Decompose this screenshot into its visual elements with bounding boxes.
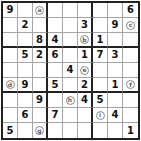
given-digit: 4 xyxy=(67,65,74,75)
given-digit: 9 xyxy=(36,95,43,105)
cell-r5c6[interactable]: e xyxy=(78,63,93,78)
cell-r6c1[interactable]: d xyxy=(3,78,18,93)
given-digit: 2 xyxy=(22,20,29,30)
cell-r4c8[interactable]: 3 xyxy=(108,48,123,63)
cell-r4c2[interactable]: 5 xyxy=(18,48,33,63)
cell-r2c1[interactable] xyxy=(3,18,18,33)
cell-label-h: h xyxy=(66,96,75,105)
cell-r7c6[interactable]: 4 xyxy=(78,93,93,108)
cell-r9c3[interactable]: g xyxy=(33,123,48,138)
cell-r1c5[interactable] xyxy=(63,3,78,18)
given-digit: 2 xyxy=(36,50,43,60)
given-digit: 1 xyxy=(97,35,104,45)
cell-r9c5[interactable] xyxy=(63,123,78,138)
cell-r1c2[interactable] xyxy=(18,3,33,18)
cell-r6c9[interactable]: f xyxy=(123,78,138,93)
given-digit: 5 xyxy=(22,50,29,60)
given-digit: 9 xyxy=(7,5,14,15)
given-digit: 1 xyxy=(81,50,88,60)
cell-label-b: b xyxy=(80,35,89,44)
given-digit: 7 xyxy=(97,50,104,60)
cell-r6c3[interactable] xyxy=(33,78,48,93)
cell-r9c7[interactable] xyxy=(93,123,108,138)
cell-r7c7[interactable]: 5 xyxy=(93,93,108,108)
cell-r3c6[interactable]: b xyxy=(78,33,93,48)
cell-r9c4[interactable] xyxy=(48,123,63,138)
cell-r7c4[interactable] xyxy=(48,93,63,108)
given-digit: 8 xyxy=(36,35,43,45)
cell-r2c8[interactable]: 9 xyxy=(108,18,123,33)
cell-r5c3[interactable] xyxy=(33,63,48,78)
cell-r6c5[interactable] xyxy=(63,78,78,93)
cell-r3c2[interactable] xyxy=(18,33,33,48)
cell-r3c1[interactable] xyxy=(3,33,18,48)
given-digit: 4 xyxy=(52,35,59,45)
cell-r4c5[interactable] xyxy=(63,48,78,63)
cell-r5c5[interactable]: 4 xyxy=(63,63,78,78)
cell-r1c1[interactable]: 9 xyxy=(3,3,18,18)
given-digit: 6 xyxy=(22,110,29,120)
given-digit: 5 xyxy=(52,80,59,90)
cell-r3c4[interactable]: 4 xyxy=(48,33,63,48)
cell-r6c8[interactable]: 1 xyxy=(108,78,123,93)
cell-r5c9[interactable] xyxy=(123,63,138,78)
given-digit: 3 xyxy=(112,50,119,60)
given-digit: 3 xyxy=(81,20,88,30)
cell-r1c4[interactable] xyxy=(48,3,63,18)
cell-label-f: f xyxy=(126,80,135,89)
cell-r4c9[interactable] xyxy=(123,48,138,63)
given-digit: 9 xyxy=(112,20,119,30)
cell-r7c1[interactable] xyxy=(3,93,18,108)
cell-r8c3[interactable] xyxy=(33,108,48,123)
cell-r5c2[interactable] xyxy=(18,63,33,78)
cell-r9c2[interactable] xyxy=(18,123,33,138)
cell-r1c7[interactable] xyxy=(93,3,108,18)
cell-r8c7[interactable]: i xyxy=(93,108,108,123)
cell-r9c9[interactable]: 1 xyxy=(123,123,138,138)
sudoku-board: 9a6239c84b15261734ed9521f9h4567i45g1 xyxy=(1,1,140,140)
cell-r2c2[interactable]: 2 xyxy=(18,18,33,33)
cell-label-e: e xyxy=(80,66,89,75)
cell-r8c9[interactable] xyxy=(123,108,138,123)
cell-label-i: i xyxy=(96,111,105,120)
cell-r8c5[interactable] xyxy=(63,108,78,123)
cell-r8c1[interactable] xyxy=(3,108,18,123)
cell-r6c6[interactable]: 2 xyxy=(78,78,93,93)
given-digit: 6 xyxy=(52,50,59,60)
given-digit: 5 xyxy=(7,126,14,136)
cell-r9c8[interactable] xyxy=(108,123,123,138)
cell-r3c9[interactable] xyxy=(123,33,138,48)
cell-r5c4[interactable] xyxy=(48,63,63,78)
cell-r4c7[interactable]: 7 xyxy=(93,48,108,63)
cell-r3c8[interactable] xyxy=(108,33,123,48)
cell-r9c1[interactable]: 5 xyxy=(3,123,18,138)
cell-r2c5[interactable] xyxy=(63,18,78,33)
cell-r2c9[interactable]: c xyxy=(123,18,138,33)
cell-r8c8[interactable]: 4 xyxy=(108,108,123,123)
cell-r7c9[interactable] xyxy=(123,93,138,108)
cell-r8c4[interactable]: 7 xyxy=(48,108,63,123)
cell-r2c7[interactable] xyxy=(93,18,108,33)
cell-r2c3[interactable] xyxy=(33,18,48,33)
cell-r2c6[interactable]: 3 xyxy=(78,18,93,33)
given-digit: 7 xyxy=(52,110,59,120)
cell-r5c7[interactable] xyxy=(93,63,108,78)
given-digit: 1 xyxy=(112,80,119,90)
cell-r1c6[interactable] xyxy=(78,3,93,18)
cell-r7c3[interactable]: 9 xyxy=(33,93,48,108)
given-digit: 6 xyxy=(127,5,134,15)
cell-r3c5[interactable] xyxy=(63,33,78,48)
cell-r4c3[interactable]: 2 xyxy=(33,48,48,63)
cell-r2c4[interactable] xyxy=(48,18,63,33)
cell-r4c6[interactable]: 1 xyxy=(78,48,93,63)
cell-r3c3[interactable]: 8 xyxy=(33,33,48,48)
cell-r1c8[interactable] xyxy=(108,3,123,18)
cell-label-g: g xyxy=(35,126,44,135)
cell-r8c6[interactable] xyxy=(78,108,93,123)
cell-r5c8[interactable] xyxy=(108,63,123,78)
cell-r4c4[interactable]: 6 xyxy=(48,48,63,63)
cell-label-c: c xyxy=(126,21,135,30)
cell-r7c2[interactable] xyxy=(18,93,33,108)
cell-r1c3[interactable]: a xyxy=(33,3,48,18)
cell-r1c9[interactable]: 6 xyxy=(123,3,138,18)
given-digit: 1 xyxy=(127,126,134,136)
cell-label-d: d xyxy=(6,80,15,89)
given-digit: 9 xyxy=(22,80,29,90)
given-digit: 4 xyxy=(112,110,119,120)
cell-r6c7[interactable] xyxy=(93,78,108,93)
cell-r5c1[interactable] xyxy=(3,63,18,78)
given-digit: 4 xyxy=(81,95,88,105)
given-digit: 2 xyxy=(81,80,88,90)
given-digit: 5 xyxy=(97,95,104,105)
cell-r4c1[interactable] xyxy=(3,48,18,63)
cell-r6c2[interactable]: 9 xyxy=(18,78,33,93)
cell-r7c5[interactable]: h xyxy=(63,93,78,108)
cell-r6c4[interactable]: 5 xyxy=(48,78,63,93)
cell-r3c7[interactable]: 1 xyxy=(93,33,108,48)
cell-r8c2[interactable]: 6 xyxy=(18,108,33,123)
cell-r7c8[interactable] xyxy=(108,93,123,108)
cell-r9c6[interactable] xyxy=(78,123,93,138)
cell-label-a: a xyxy=(35,6,44,15)
